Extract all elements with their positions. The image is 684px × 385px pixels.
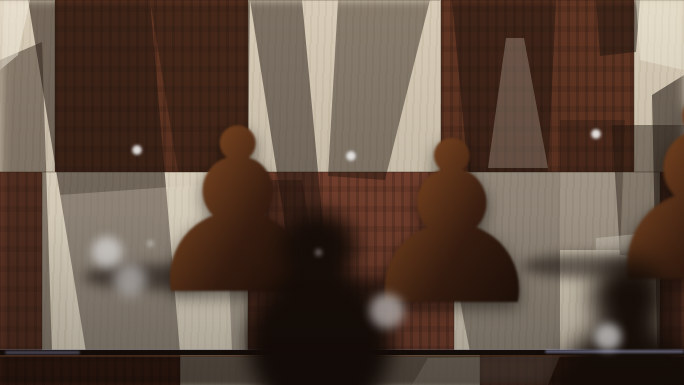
bokeh-highlight bbox=[91, 236, 123, 268]
bokeh-highlight bbox=[113, 263, 147, 297]
chessboard-photo-scene: ♟♟♟♟♟♟ bbox=[0, 0, 684, 385]
bokeh-highlight bbox=[594, 323, 622, 351]
bokeh-highlight bbox=[346, 151, 356, 161]
bokeh-highlights-layer bbox=[0, 0, 684, 385]
bokeh-highlight bbox=[369, 293, 405, 329]
bokeh-highlight bbox=[132, 145, 142, 155]
seam-light-glint bbox=[5, 351, 80, 354]
seam-light-glint bbox=[545, 350, 684, 353]
bokeh-highlight bbox=[315, 249, 322, 256]
bokeh-highlight bbox=[147, 240, 154, 247]
bokeh-highlight bbox=[591, 129, 601, 139]
